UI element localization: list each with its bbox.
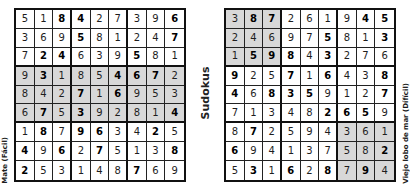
cell-r7c3: 2 xyxy=(263,123,282,142)
cell-r5c9: 7 xyxy=(375,86,394,105)
cell-r3c8: 7 xyxy=(357,48,376,67)
cell-r8c4: 1 xyxy=(282,142,301,161)
cell-r1c8: 9 xyxy=(147,10,166,29)
cell-r9c2: 3 xyxy=(245,161,264,180)
cell-r8c7: 5 xyxy=(338,142,357,161)
cell-r5c7: 1 xyxy=(338,86,357,105)
cell-r5c8: 2 xyxy=(357,86,376,105)
cell-r1c1: 3 xyxy=(226,10,245,29)
cell-r1c4: 4 xyxy=(72,10,91,29)
cell-r1c2: 8 xyxy=(245,10,264,29)
cell-r5c6: 9 xyxy=(319,86,338,105)
cell-r6c6: 2 xyxy=(319,104,338,123)
cell-r8c1: 4 xyxy=(16,142,35,161)
cell-r7c5: 6 xyxy=(91,123,110,142)
cell-r8c8: 8 xyxy=(357,142,376,161)
cell-r6c1: 7 xyxy=(226,104,245,123)
cell-r9c9: 4 xyxy=(375,161,394,180)
cell-r8c6: 5 xyxy=(109,142,128,161)
section-title: Sudokus xyxy=(199,66,212,119)
cell-r2c4: 5 xyxy=(72,29,91,48)
cell-r4c9: 2 xyxy=(165,67,184,86)
cell-r9c1: 5 xyxy=(226,161,245,180)
cell-r1c3: 8 xyxy=(53,10,72,29)
cell-r2c9: 3 xyxy=(375,29,394,48)
cell-r2c1: 3 xyxy=(16,29,35,48)
cell-r4c3: 1 xyxy=(53,67,72,86)
cell-r7c5: 9 xyxy=(301,123,320,142)
cell-r7c2: 7 xyxy=(245,123,264,142)
cell-r7c8: 2 xyxy=(147,123,166,142)
cell-r3c3: 4 xyxy=(53,48,72,67)
cell-r8c5: 7 xyxy=(91,142,110,161)
cell-r4c4: 7 xyxy=(282,67,301,86)
cell-r3c6: 3 xyxy=(319,48,338,67)
cell-r8c8: 3 xyxy=(147,142,166,161)
cell-r1c7: 9 xyxy=(338,10,357,29)
cell-r4c8: 7 xyxy=(147,67,166,86)
cell-r1c8: 4 xyxy=(357,10,376,29)
cell-r2c4: 9 xyxy=(282,29,301,48)
cell-r4c5: 1 xyxy=(301,67,320,86)
cell-r1c6: 7 xyxy=(109,10,128,29)
cell-r5c5: 5 xyxy=(301,86,320,105)
sudoku-grid-dificil: 3872619452469758131598432769257164384683… xyxy=(224,8,396,182)
cell-r3c9: 6 xyxy=(375,48,394,67)
cell-r3c3: 9 xyxy=(263,48,282,67)
cell-r4c6: 6 xyxy=(319,67,338,86)
cell-r2c6: 1 xyxy=(109,29,128,48)
cell-r3c4: 8 xyxy=(282,48,301,67)
cell-r8c9: 2 xyxy=(375,142,394,161)
cell-r6c5: 9 xyxy=(91,104,110,123)
cell-r8c2: 9 xyxy=(245,142,264,161)
cell-r2c1: 2 xyxy=(226,29,245,48)
cell-r1c4: 2 xyxy=(282,10,301,29)
cell-r6c6: 2 xyxy=(109,104,128,123)
cell-r9c3: 3 xyxy=(53,161,72,180)
cell-r7c7: 4 xyxy=(128,123,147,142)
cell-r8c3: 6 xyxy=(53,142,72,161)
cell-r9c5: 4 xyxy=(91,161,110,180)
cell-r4c7: 4 xyxy=(338,67,357,86)
cell-r2c7: 2 xyxy=(128,29,147,48)
cell-r2c6: 5 xyxy=(319,29,338,48)
cell-r5c4: 3 xyxy=(282,86,301,105)
cell-r3c2: 2 xyxy=(35,48,54,67)
cell-r8c7: 1 xyxy=(128,142,147,161)
right-puzzle-title: Viejo lobo de mar (Dífícil) xyxy=(402,83,410,184)
cell-r7c1: 1 xyxy=(16,123,35,142)
cell-r1c1: 5 xyxy=(16,10,35,29)
cell-r2c8: 1 xyxy=(357,29,376,48)
cell-r4c9: 8 xyxy=(375,67,394,86)
cell-r5c2: 6 xyxy=(245,86,264,105)
cell-r2c9: 7 xyxy=(165,29,184,48)
cell-r6c3: 5 xyxy=(53,104,72,123)
cell-r5c6: 6 xyxy=(109,86,128,105)
cell-r5c4: 7 xyxy=(72,86,91,105)
cell-r4c4: 8 xyxy=(72,67,91,86)
cell-r2c5: 8 xyxy=(91,29,110,48)
cell-r1c3: 7 xyxy=(263,10,282,29)
cell-r1c6: 1 xyxy=(319,10,338,29)
cell-r7c4: 5 xyxy=(282,123,301,142)
cell-r4c5: 5 xyxy=(91,67,110,86)
cell-r4c1: 9 xyxy=(226,67,245,86)
cell-r7c6: 3 xyxy=(109,123,128,142)
cell-r6c7: 8 xyxy=(128,104,147,123)
cell-r4c3: 5 xyxy=(263,67,282,86)
cell-r6c5: 8 xyxy=(301,104,320,123)
cell-r9c8: 9 xyxy=(357,161,376,180)
cell-r8c4: 2 xyxy=(72,142,91,161)
cell-r5c2: 4 xyxy=(35,86,54,105)
cell-r6c4: 3 xyxy=(72,104,91,123)
left-puzzle-title: Mate (Fácil) xyxy=(1,137,9,184)
cell-r6c9: 4 xyxy=(165,104,184,123)
cell-r7c1: 8 xyxy=(226,123,245,142)
cell-r9c9: 9 xyxy=(165,161,184,180)
cell-r1c9: 6 xyxy=(165,10,184,29)
sudoku-page: Mate (Fácil) 518427396369581247724639581… xyxy=(0,0,410,185)
cell-r6c2: 1 xyxy=(245,104,264,123)
cell-r5c1: 4 xyxy=(226,86,245,105)
cell-r5c8: 5 xyxy=(147,86,166,105)
cell-r8c2: 9 xyxy=(35,142,54,161)
cell-r3c5: 4 xyxy=(301,48,320,67)
cell-r9c8: 6 xyxy=(147,161,166,180)
cell-r6c4: 4 xyxy=(282,104,301,123)
cell-r7c2: 8 xyxy=(35,123,54,142)
cell-r6c7: 6 xyxy=(338,104,357,123)
cell-r2c2: 6 xyxy=(35,29,54,48)
cell-r5c1: 8 xyxy=(16,86,35,105)
sudoku-grid-facil: 5184273963695812477246395819318546728427… xyxy=(14,8,186,182)
cell-r1c2: 1 xyxy=(35,10,54,29)
cell-r2c2: 4 xyxy=(245,29,264,48)
cell-r8c5: 3 xyxy=(301,142,320,161)
cell-r9c5: 2 xyxy=(301,161,320,180)
cell-r5c9: 3 xyxy=(165,86,184,105)
cell-r6c8: 1 xyxy=(147,104,166,123)
cell-r1c7: 3 xyxy=(128,10,147,29)
cell-r7c6: 4 xyxy=(319,123,338,142)
cell-r1c5: 2 xyxy=(91,10,110,29)
cell-r9c4: 6 xyxy=(282,161,301,180)
cell-r6c8: 5 xyxy=(357,104,376,123)
cell-r7c4: 9 xyxy=(72,123,91,142)
cell-r3c1: 7 xyxy=(16,48,35,67)
cell-r9c7: 7 xyxy=(128,161,147,180)
cell-r2c7: 8 xyxy=(338,29,357,48)
cell-r7c9: 5 xyxy=(165,123,184,142)
cell-r9c4: 1 xyxy=(72,161,91,180)
cell-r3c7: 2 xyxy=(338,48,357,67)
cell-r8c3: 4 xyxy=(263,142,282,161)
cell-r1c9: 5 xyxy=(375,10,394,29)
cell-r8c1: 6 xyxy=(226,142,245,161)
cell-r4c2: 2 xyxy=(245,67,264,86)
cell-r6c2: 7 xyxy=(35,104,54,123)
cell-r8c9: 8 xyxy=(165,142,184,161)
cell-r4c7: 6 xyxy=(128,67,147,86)
cell-r4c8: 3 xyxy=(357,67,376,86)
cell-r3c5: 3 xyxy=(91,48,110,67)
cell-r9c2: 5 xyxy=(35,161,54,180)
cell-r4c6: 4 xyxy=(109,67,128,86)
cell-r3c7: 5 xyxy=(128,48,147,67)
cell-r5c3: 8 xyxy=(263,86,282,105)
cell-r6c9: 9 xyxy=(375,104,394,123)
cell-r2c5: 7 xyxy=(301,29,320,48)
cell-r3c2: 5 xyxy=(245,48,264,67)
cell-r2c3: 9 xyxy=(53,29,72,48)
cell-r5c5: 1 xyxy=(91,86,110,105)
cell-r9c6: 8 xyxy=(109,161,128,180)
cell-r6c1: 6 xyxy=(16,104,35,123)
cell-r7c7: 3 xyxy=(338,123,357,142)
cell-r4c2: 3 xyxy=(35,67,54,86)
cell-r9c6: 8 xyxy=(319,161,338,180)
cell-r9c7: 7 xyxy=(338,161,357,180)
cell-r3c1: 1 xyxy=(226,48,245,67)
cell-r6c3: 3 xyxy=(263,104,282,123)
cell-r9c1: 2 xyxy=(16,161,35,180)
cell-r9c3: 1 xyxy=(263,161,282,180)
cell-r5c7: 9 xyxy=(128,86,147,105)
cell-r4c1: 9 xyxy=(16,67,35,86)
cell-r8c6: 7 xyxy=(319,142,338,161)
cell-r5c3: 2 xyxy=(53,86,72,105)
cell-r3c4: 6 xyxy=(72,48,91,67)
cell-r1c5: 6 xyxy=(301,10,320,29)
cell-r2c3: 6 xyxy=(263,29,282,48)
cell-r2c8: 4 xyxy=(147,29,166,48)
cell-r3c6: 9 xyxy=(109,48,128,67)
cell-r7c9: 1 xyxy=(375,123,394,142)
cell-r3c8: 8 xyxy=(147,48,166,67)
cell-r7c8: 6 xyxy=(357,123,376,142)
cell-r3c9: 1 xyxy=(165,48,184,67)
cell-r7c3: 7 xyxy=(53,123,72,142)
